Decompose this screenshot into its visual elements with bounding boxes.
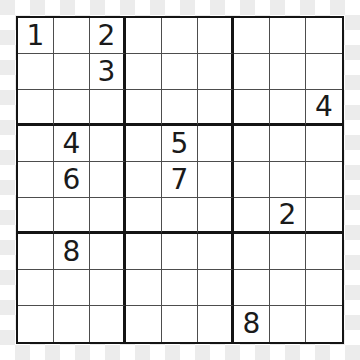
cell-r8c1[interactable] (18, 270, 54, 306)
cell-r4c6[interactable] (198, 126, 234, 162)
cell-r5c2[interactable]: 6 (54, 162, 90, 198)
cell-r6c7[interactable] (234, 198, 270, 234)
cell-r2c3[interactable]: 3 (90, 54, 126, 90)
cell-r5c1[interactable] (18, 162, 54, 198)
cell-r4c8[interactable] (270, 126, 306, 162)
cell-r8c5[interactable] (162, 270, 198, 306)
cell-r2c2[interactable] (54, 54, 90, 90)
cell-r7c9[interactable] (306, 234, 342, 270)
cell-r7c7[interactable] (234, 234, 270, 270)
cell-r4c7[interactable] (234, 126, 270, 162)
cell-r8c7[interactable] (234, 270, 270, 306)
cell-r6c3[interactable] (90, 198, 126, 234)
cell-r2c4[interactable] (126, 54, 162, 90)
cell-r9c5[interactable] (162, 306, 198, 342)
cell-r7c5[interactable] (162, 234, 198, 270)
cell-r6c6[interactable] (198, 198, 234, 234)
cell-r8c8[interactable] (270, 270, 306, 306)
cell-r2c5[interactable] (162, 54, 198, 90)
cell-r3c4[interactable] (126, 90, 162, 126)
cell-r6c9[interactable] (306, 198, 342, 234)
cell-r6c2[interactable] (54, 198, 90, 234)
cell-r9c6[interactable] (198, 306, 234, 342)
cell-r4c3[interactable] (90, 126, 126, 162)
cell-r1c9[interactable] (306, 18, 342, 54)
cell-r4c4[interactable] (126, 126, 162, 162)
cell-r4c5[interactable]: 5 (162, 126, 198, 162)
cell-r5c4[interactable] (126, 162, 162, 198)
cell-r1c2[interactable] (54, 18, 90, 54)
cell-r9c1[interactable] (18, 306, 54, 342)
cell-r9c7[interactable]: 8 (234, 306, 270, 342)
cell-r1c5[interactable] (162, 18, 198, 54)
cell-r3c3[interactable] (90, 90, 126, 126)
cell-r8c9[interactable] (306, 270, 342, 306)
cell-r9c2[interactable] (54, 306, 90, 342)
cell-r5c8[interactable] (270, 162, 306, 198)
cell-r7c6[interactable] (198, 234, 234, 270)
cell-r1c8[interactable] (270, 18, 306, 54)
cell-r3c7[interactable] (234, 90, 270, 126)
cell-r6c1[interactable] (18, 198, 54, 234)
cell-r5c9[interactable] (306, 162, 342, 198)
cell-r1c7[interactable] (234, 18, 270, 54)
cell-r7c4[interactable] (126, 234, 162, 270)
cell-r5c3[interactable] (90, 162, 126, 198)
cell-r9c9[interactable] (306, 306, 342, 342)
cell-r9c3[interactable] (90, 306, 126, 342)
cell-r8c6[interactable] (198, 270, 234, 306)
cell-r7c1[interactable] (18, 234, 54, 270)
cell-r5c7[interactable] (234, 162, 270, 198)
cell-r8c3[interactable] (90, 270, 126, 306)
cell-r4c9[interactable] (306, 126, 342, 162)
cell-r3c1[interactable] (18, 90, 54, 126)
cell-r3c8[interactable] (270, 90, 306, 126)
cell-r2c1[interactable] (18, 54, 54, 90)
cell-r9c8[interactable] (270, 306, 306, 342)
cell-r3c2[interactable] (54, 90, 90, 126)
cell-r9c4[interactable] (126, 306, 162, 342)
cell-r4c2[interactable]: 4 (54, 126, 90, 162)
sudoku-board: 12344567288 (16, 16, 344, 344)
cell-r4c1[interactable] (18, 126, 54, 162)
cell-r6c4[interactable] (126, 198, 162, 234)
cell-r1c6[interactable] (198, 18, 234, 54)
cell-r6c5[interactable] (162, 198, 198, 234)
cell-r7c3[interactable] (90, 234, 126, 270)
cell-r1c1[interactable]: 1 (18, 18, 54, 54)
cell-r2c7[interactable] (234, 54, 270, 90)
cell-r5c6[interactable] (198, 162, 234, 198)
cell-r8c2[interactable] (54, 270, 90, 306)
cell-r7c8[interactable] (270, 234, 306, 270)
transparency-checkerboard: 12344567288 (0, 0, 360, 360)
cell-r8c4[interactable] (126, 270, 162, 306)
cell-r2c6[interactable] (198, 54, 234, 90)
cell-r6c8[interactable]: 2 (270, 198, 306, 234)
cell-r1c4[interactable] (126, 18, 162, 54)
cell-r5c5[interactable]: 7 (162, 162, 198, 198)
cell-r2c8[interactable] (270, 54, 306, 90)
cell-r7c2[interactable]: 8 (54, 234, 90, 270)
cell-r3c9[interactable]: 4 (306, 90, 342, 126)
cell-r3c5[interactable] (162, 90, 198, 126)
cell-r1c3[interactable]: 2 (90, 18, 126, 54)
cell-r2c9[interactable] (306, 54, 342, 90)
cell-r3c6[interactable] (198, 90, 234, 126)
